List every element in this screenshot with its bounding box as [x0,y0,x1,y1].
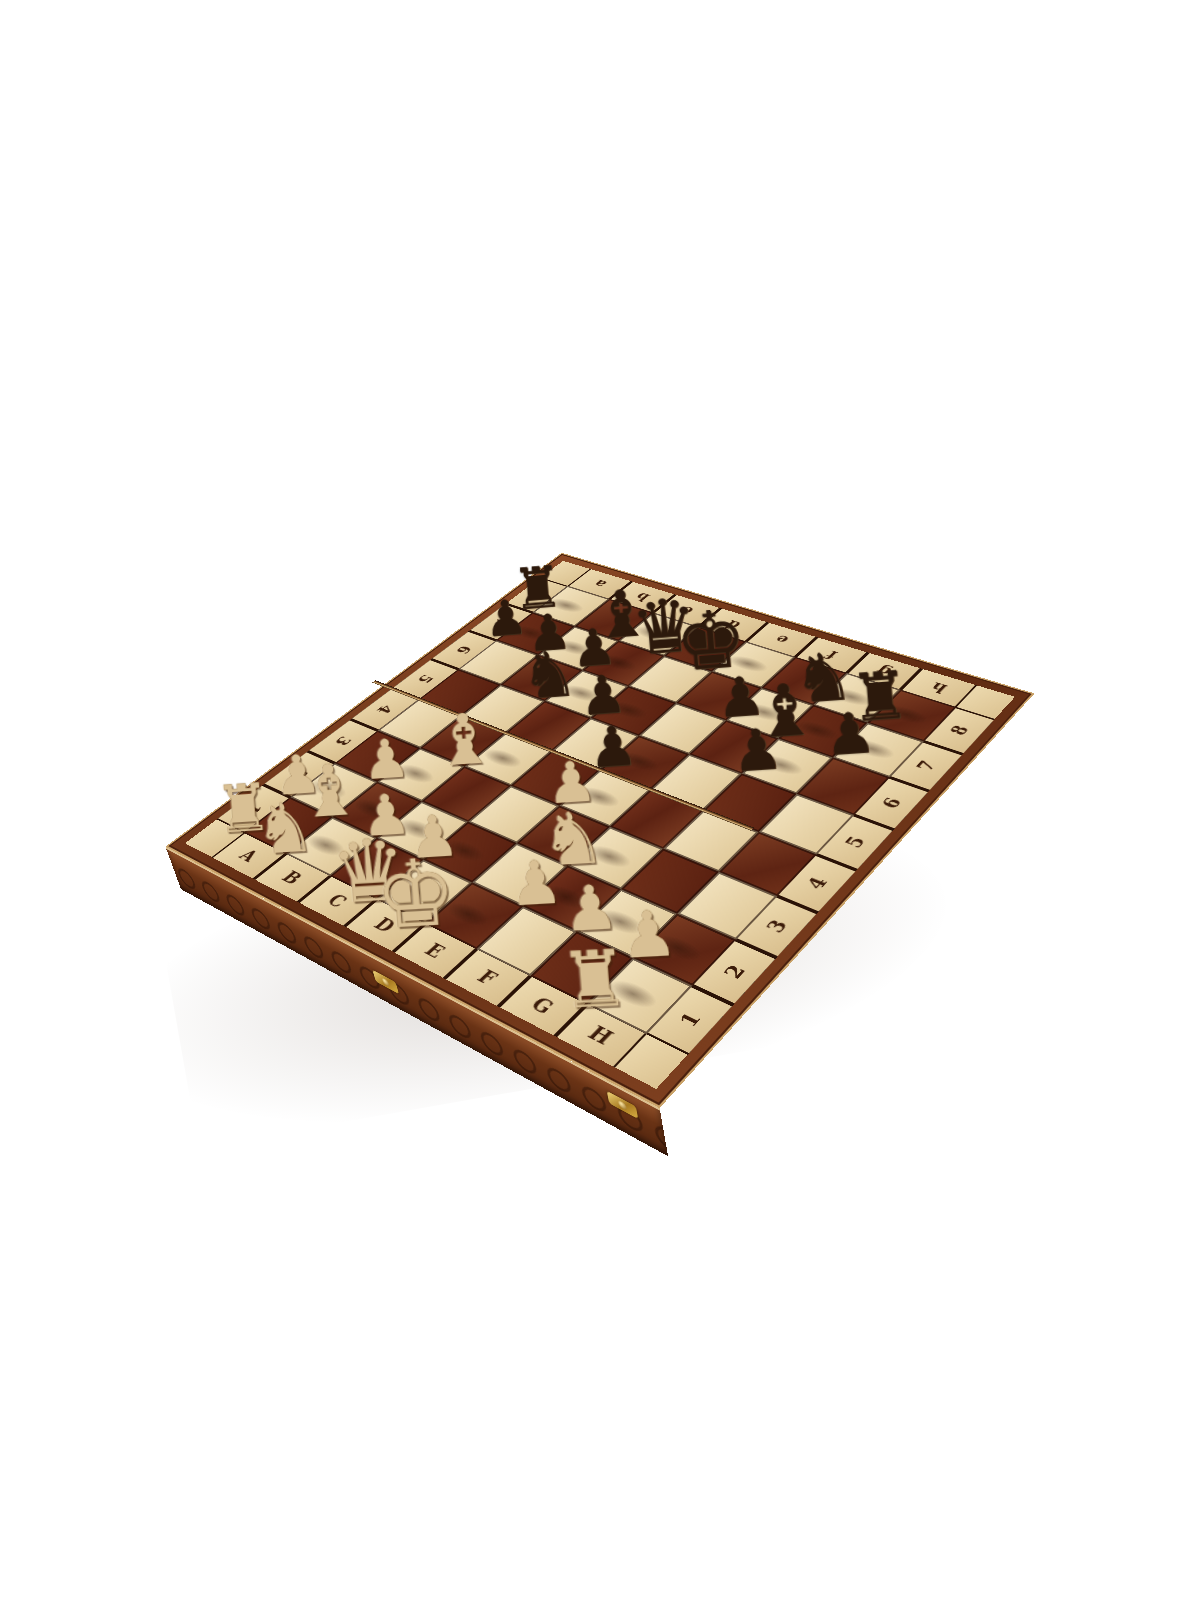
white-king-e1: ♚ [347,844,486,944]
square-g6: ♟ [742,739,833,794]
chess-board-box: abcdefgh8♜♝♛♚♞♜87♟♟♟♟♝♟76♞♟♟65♟54♝♟43♟♞3… [165,553,1034,1108]
border-corner-cell [615,1034,688,1089]
white-rook-h1: ♜ [520,937,670,1021]
black-pawn-g6: ♟ [693,718,822,783]
chess-board-face: abcdefgh8♜♝♛♚♞♜87♟♟♟♟♝♟76♞♟♟65♟54♝♟43♟♞3… [165,553,1034,1108]
brass-clasp-icon [607,1091,639,1119]
chess-board-grid: abcdefgh8♜♝♛♚♞♜87♟♟♟♟♝♟76♞♟♟65♟54♝♟43♟♞3… [185,561,1015,1089]
brass-clasp-icon [373,970,400,994]
product-photo-chess-set: abcdefgh8♜♝♛♚♞♜87♟♟♟♟♝♟76♞♟♟65♟54♝♟43♟♞3… [0,0,1200,1600]
